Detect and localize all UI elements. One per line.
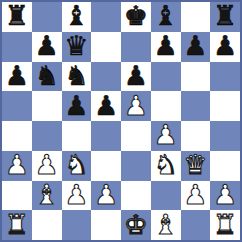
square-e1[interactable]: ♚ [121, 210, 151, 240]
square-h6[interactable] [210, 62, 240, 92]
piece-white-queen: ♛ [183, 151, 207, 178]
square-a3[interactable]: ♟ [2, 151, 32, 181]
square-b7[interactable]: ♟ [32, 32, 62, 62]
piece-black-bishop: ♝ [64, 2, 88, 29]
piece-white-knight: ♞ [64, 151, 88, 178]
piece-white-bishop: ♝ [35, 181, 59, 208]
square-h1[interactable]: ♜ [210, 210, 240, 240]
piece-white-rook: ♜ [213, 211, 237, 238]
square-h8[interactable]: ♜ [210, 2, 240, 32]
square-g8[interactable] [181, 2, 211, 32]
piece-black-knight: ♞ [64, 62, 88, 89]
piece-white-pawn: ♟ [35, 151, 59, 178]
square-c7[interactable]: ♛ [62, 32, 92, 62]
square-a4[interactable] [2, 121, 32, 151]
piece-black-pawn: ♟ [124, 62, 148, 89]
square-e5[interactable]: ♟ [121, 91, 151, 121]
square-h4[interactable] [210, 121, 240, 151]
piece-black-bishop: ♝ [154, 2, 178, 29]
square-f3[interactable]: ♞ [151, 151, 181, 181]
square-a6[interactable]: ♟ [2, 62, 32, 92]
square-g5[interactable] [181, 91, 211, 121]
square-h3[interactable] [210, 151, 240, 181]
piece-black-pawn: ♟ [35, 32, 59, 59]
square-b6[interactable]: ♞ [32, 62, 62, 92]
square-g4[interactable] [181, 121, 211, 151]
square-d6[interactable] [91, 62, 121, 92]
square-d8[interactable] [91, 2, 121, 32]
square-h5[interactable] [210, 91, 240, 121]
square-e3[interactable] [121, 151, 151, 181]
square-b8[interactable] [32, 2, 62, 32]
square-d1[interactable] [91, 210, 121, 240]
square-c2[interactable]: ♟ [62, 181, 92, 211]
piece-black-pawn: ♟ [213, 32, 237, 59]
square-d4[interactable] [91, 121, 121, 151]
square-b3[interactable]: ♟ [32, 151, 62, 181]
piece-white-pawn: ♟ [5, 151, 29, 178]
piece-black-king: ♚ [124, 2, 148, 29]
square-c1[interactable] [62, 210, 92, 240]
piece-white-rook: ♜ [5, 211, 29, 238]
square-c8[interactable]: ♝ [62, 2, 92, 32]
piece-white-king: ♚ [124, 211, 148, 238]
piece-white-pawn: ♟ [213, 181, 237, 208]
square-d5[interactable]: ♟ [91, 91, 121, 121]
chess-board: ♜♝♚♝♜♟♛♟♟♟♟♞♞♟♟♟♟♟♟♟♞♞♛♝♟♟♟♟♜♚♝♜ [0, 0, 242, 242]
piece-white-knight: ♞ [154, 151, 178, 178]
piece-white-bishop: ♝ [154, 211, 178, 238]
square-g7[interactable]: ♟ [181, 32, 211, 62]
square-b1[interactable] [32, 210, 62, 240]
square-g3[interactable]: ♛ [181, 151, 211, 181]
piece-black-pawn: ♟ [94, 92, 118, 119]
square-h2[interactable]: ♟ [210, 181, 240, 211]
square-c6[interactable]: ♞ [62, 62, 92, 92]
square-e7[interactable] [121, 32, 151, 62]
square-b4[interactable] [32, 121, 62, 151]
square-f8[interactable]: ♝ [151, 2, 181, 32]
piece-white-pawn: ♟ [94, 181, 118, 208]
square-f4[interactable]: ♟ [151, 121, 181, 151]
square-f1[interactable]: ♝ [151, 210, 181, 240]
piece-white-pawn: ♟ [64, 181, 88, 208]
piece-white-pawn: ♟ [124, 92, 148, 119]
square-c3[interactable]: ♞ [62, 151, 92, 181]
square-f6[interactable] [151, 62, 181, 92]
square-d7[interactable] [91, 32, 121, 62]
square-e4[interactable] [121, 121, 151, 151]
square-g1[interactable] [181, 210, 211, 240]
piece-black-pawn: ♟ [154, 32, 178, 59]
piece-black-queen: ♛ [64, 32, 88, 59]
square-e2[interactable] [121, 181, 151, 211]
square-e8[interactable]: ♚ [121, 2, 151, 32]
piece-black-pawn: ♟ [64, 92, 88, 119]
square-a8[interactable]: ♜ [2, 2, 32, 32]
piece-black-rook: ♜ [213, 2, 237, 29]
square-g2[interactable]: ♟ [181, 181, 211, 211]
square-a1[interactable]: ♜ [2, 210, 32, 240]
piece-white-pawn: ♟ [183, 181, 207, 208]
piece-white-pawn: ♟ [154, 121, 178, 148]
square-a5[interactable] [2, 91, 32, 121]
square-b5[interactable] [32, 91, 62, 121]
square-f7[interactable]: ♟ [151, 32, 181, 62]
piece-black-pawn: ♟ [183, 32, 207, 59]
square-e6[interactable]: ♟ [121, 62, 151, 92]
square-g6[interactable] [181, 62, 211, 92]
square-a2[interactable] [2, 181, 32, 211]
square-a7[interactable] [2, 32, 32, 62]
square-f2[interactable] [151, 181, 181, 211]
square-c5[interactable]: ♟ [62, 91, 92, 121]
square-c4[interactable] [62, 121, 92, 151]
piece-black-pawn: ♟ [5, 62, 29, 89]
square-d3[interactable] [91, 151, 121, 181]
piece-black-knight: ♞ [35, 62, 59, 89]
piece-black-rook: ♜ [5, 2, 29, 29]
square-d2[interactable]: ♟ [91, 181, 121, 211]
square-b2[interactable]: ♝ [32, 181, 62, 211]
square-f5[interactable] [151, 91, 181, 121]
square-h7[interactable]: ♟ [210, 32, 240, 62]
